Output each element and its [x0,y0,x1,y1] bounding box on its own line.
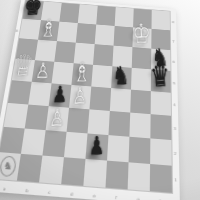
board-logo-knight-emblem: ♞ [0,155,17,177]
square-d1[interactable] [61,157,85,186]
white-pawn-d4[interactable]: ♙ [72,85,87,108]
square-c1[interactable] [39,156,64,185]
square-g2[interactable] [129,137,151,164]
square-g1[interactable] [128,162,150,191]
square-h3[interactable] [150,114,171,140]
photo-layer: ♚♗♔♞♕♙♗♞♛♟♙♙♟♞ 87654321 abcdefgh 8 [0,0,200,200]
square-c7[interactable] [57,22,78,43]
file-label-d: d [70,191,73,197]
white-pawn-c3[interactable]: ♙ [49,107,65,131]
square-g4[interactable] [130,90,151,115]
square-h4[interactable] [151,91,171,116]
board-grid: ♚♗♔♞♕♙♗♞♛♟♙♙♟♞ [0,0,172,193]
square-e2[interactable]: ♟ [85,133,108,160]
file-label-b: b [25,188,29,194]
square-f7[interactable] [114,26,134,47]
square-d7[interactable] [76,23,96,44]
square-f2[interactable] [107,135,129,162]
square-g6[interactable] [132,47,152,69]
square-f3[interactable] [108,111,130,137]
square-f1[interactable] [105,161,128,190]
rank-label-1: 1 [173,177,179,183]
chessboard: ♚♗♔♞♕♙♗♞♛♟♙♙♟♞ 87654321 abcdefgh 8 [0,0,180,200]
square-d8[interactable] [78,4,98,24]
left-edge-rank-label: 8 [15,29,18,33]
square-c8[interactable] [59,3,79,23]
file-label-e: e [93,193,96,199]
white-king-g7[interactable]: ♔ [132,21,151,48]
file-label-c: c [48,190,51,196]
white-bishop-b7[interactable]: ♗ [39,16,58,40]
square-a5[interactable]: ♕ [12,59,35,82]
black-queen-h5[interactable]: ♛ [150,62,171,92]
rank-label-2: 2 [172,151,177,156]
rank-label-3: 3 [172,126,177,131]
rank-label-5: 5 [172,81,177,86]
black-knight-f5[interactable]: ♞ [113,63,130,89]
file-label-f: f [115,195,117,200]
square-h2[interactable] [150,138,172,165]
white-bishop-d5[interactable]: ♗ [72,59,91,86]
square-f5[interactable]: ♞ [111,66,132,89]
square-e8[interactable] [96,6,115,26]
rank-label-8: 8 [171,20,176,24]
chessboard-photo: ♚♗♔♞♕♙♗♞♛♟♙♙♟♞ 87654321 abcdefgh 8 [0,0,200,200]
square-g7[interactable]: ♔ [132,27,151,48]
square-e5[interactable] [91,65,112,88]
rank-label-6: 6 [171,60,176,64]
square-f4[interactable] [110,88,131,113]
square-c3[interactable]: ♙ [46,106,69,132]
square-g5[interactable] [131,68,151,91]
square-d2[interactable] [64,132,88,159]
square-h5[interactable]: ♛ [151,69,171,92]
square-d4[interactable]: ♙ [69,85,91,109]
square-c2[interactable] [42,130,66,157]
square-e1[interactable] [83,159,107,188]
file-label-a: a [3,186,7,192]
white-queen-a5[interactable]: ♕ [12,52,35,81]
square-e7[interactable] [95,24,115,45]
square-h1[interactable] [150,164,172,193]
white-pawn-b5[interactable]: ♙ [35,61,51,83]
square-b7[interactable]: ♗ [38,20,59,41]
square-f8[interactable] [115,7,134,27]
square-c6[interactable] [54,41,75,63]
black-pawn-e2[interactable]: ♟ [89,134,105,160]
square-e4[interactable] [89,86,111,110]
rank-label-7: 7 [171,39,176,43]
square-e6[interactable] [93,44,114,66]
square-h8[interactable] [152,10,170,30]
rank-labels: 87654321 [171,13,179,193]
square-d3[interactable] [67,108,90,134]
file-label-h: h [159,198,162,200]
square-g3[interactable] [129,113,150,139]
file-label-g: g [137,197,140,200]
rank-label-4: 4 [172,103,177,108]
